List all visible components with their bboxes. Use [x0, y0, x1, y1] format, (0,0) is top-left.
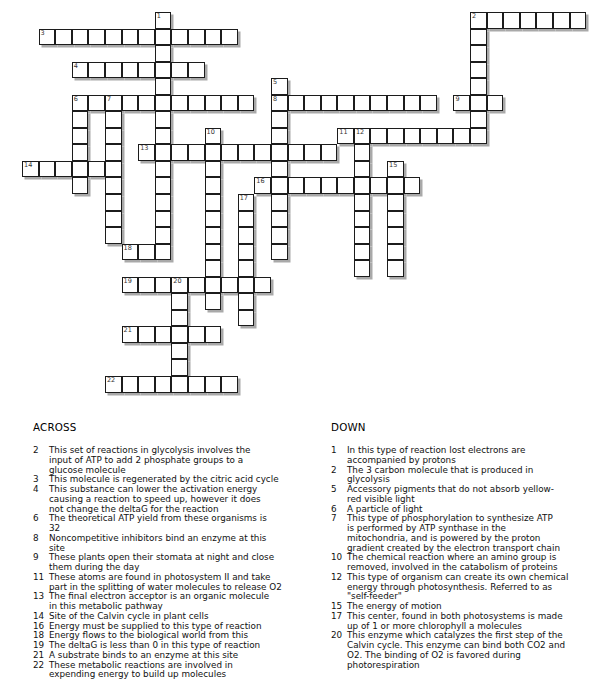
grid-cell[interactable]	[387, 177, 404, 194]
grid-cell[interactable]	[370, 128, 387, 145]
grid-cell[interactable]	[304, 95, 321, 112]
grid-cell[interactable]	[536, 12, 553, 29]
grid-cell[interactable]	[205, 244, 222, 261]
grid-cell[interactable]	[271, 128, 288, 145]
grid-cell[interactable]	[105, 177, 122, 194]
grid-cell[interactable]	[321, 177, 338, 194]
grid-cell[interactable]: 2	[470, 12, 487, 29]
grid-cell[interactable]	[420, 95, 437, 112]
grid-cell[interactable]: 13	[138, 144, 155, 161]
clue-text: This enzyme which catalyzes the first st…	[347, 631, 565, 670]
grid-cell[interactable]	[470, 29, 487, 46]
clue-number: 2	[33, 446, 49, 475]
across-clue-list: 2This set of reactions in glycolysis inv…	[33, 446, 311, 680]
grid-cell[interactable]	[155, 326, 172, 343]
grid-cell[interactable]	[205, 277, 222, 294]
grid-cell[interactable]: 6	[72, 95, 89, 112]
cell-number: 9	[455, 96, 459, 103]
grid-cell[interactable]	[171, 29, 188, 46]
grid-cell[interactable]	[271, 211, 288, 228]
clue-number: 17	[331, 612, 347, 632]
grid-cell[interactable]	[155, 244, 172, 261]
grid-cell[interactable]	[138, 62, 155, 79]
cell-number: 17	[240, 195, 248, 202]
clue-number: 1	[331, 446, 347, 466]
grid-cell[interactable]	[337, 95, 354, 112]
across-clues-section: ACROSS 2This set of reactions in glycoly…	[33, 421, 311, 680]
clue-text: This set of reactions in glycolysis invo…	[49, 446, 250, 475]
grid-cell[interactable]: 18	[122, 244, 139, 261]
grid-cell[interactable]	[354, 194, 371, 211]
clue-text: These metabolic reactions are involved i…	[49, 661, 233, 681]
grid-cell[interactable]	[205, 326, 222, 343]
grid-cell[interactable]	[55, 161, 72, 178]
grid-cell[interactable]: 17	[238, 194, 255, 211]
grid-cell[interactable]: 14	[22, 161, 39, 178]
grid-cell[interactable]	[105, 62, 122, 79]
clue-text: This type of organism can create its own…	[347, 573, 568, 602]
grid-cell[interactable]	[205, 161, 222, 178]
grid-cell[interactable]	[205, 95, 222, 112]
clue-text: This center, found in both photosystems …	[347, 612, 563, 632]
clue-text: Accessory pigments that do not absorb ye…	[347, 485, 554, 505]
grid-cell[interactable]	[387, 194, 404, 211]
grid-cell[interactable]	[72, 111, 89, 128]
clue-number: 9	[33, 553, 49, 573]
grid-cell[interactable]	[105, 211, 122, 228]
grid-cell[interactable]	[72, 128, 89, 145]
grid-cell[interactable]	[520, 12, 537, 29]
clue-number: 22	[33, 661, 49, 681]
grid-cell[interactable]	[238, 211, 255, 228]
grid-cell[interactable]	[171, 62, 188, 79]
cell-number: 14	[24, 162, 32, 169]
grid-cell[interactable]	[370, 177, 387, 194]
clue-text: The 3 carbon molecule that is produced i…	[347, 466, 533, 486]
grid-cell[interactable]	[171, 95, 188, 112]
grid-cell[interactable]: 12	[354, 128, 371, 145]
grid-cell[interactable]	[205, 211, 222, 228]
crossword-grid: 12345678910111213141516171819202122	[22, 12, 586, 393]
grid-cell[interactable]	[238, 293, 255, 310]
clue-number: 11	[33, 573, 49, 593]
grid-cell[interactable]	[354, 161, 371, 178]
cell-number: 18	[124, 245, 132, 252]
grid-cell[interactable]	[205, 260, 222, 277]
clue-number: 20	[331, 631, 347, 670]
grid-cell[interactable]	[271, 161, 288, 178]
clue-item: 1In this type of reaction lost electrons…	[331, 446, 603, 466]
grid-cell[interactable]	[171, 144, 188, 161]
grid-cell[interactable]	[238, 144, 255, 161]
clue-item: 13The final electron acceptor is an orga…	[33, 592, 311, 612]
grid-cell[interactable]	[188, 376, 205, 393]
grid-cell[interactable]: 22	[105, 376, 122, 393]
grid-cell[interactable]	[470, 128, 487, 145]
clue-item: 9These plants open their stomata at nigh…	[33, 553, 311, 573]
grid-cell[interactable]	[171, 326, 188, 343]
cell-number: 8	[273, 96, 277, 103]
grid-cell[interactable]	[88, 62, 105, 79]
cell-number: 11	[339, 129, 347, 136]
clue-number: 6	[33, 514, 49, 534]
clue-item: 22These metabolic reactions are involved…	[33, 661, 311, 681]
cell-number: 3	[41, 30, 45, 37]
clue-text: This type of phosphorylation to synthesi…	[347, 514, 560, 553]
grid-cell[interactable]	[138, 29, 155, 46]
grid-cell[interactable]	[337, 177, 354, 194]
grid-cell[interactable]	[155, 29, 172, 46]
cell-number: 22	[107, 377, 115, 384]
cell-number: 21	[124, 327, 132, 334]
grid-cell[interactable]	[238, 244, 255, 261]
grid-cell[interactable]	[72, 177, 89, 194]
grid-cell[interactable]	[88, 161, 105, 178]
grid-cell[interactable]	[354, 95, 371, 112]
clue-number: 4	[33, 485, 49, 514]
cell-number: 20	[173, 278, 181, 285]
grid-cell[interactable]	[221, 277, 238, 294]
clue-item: 17This center, found in both photosystem…	[331, 612, 603, 632]
grid-cell[interactable]: 15	[387, 161, 404, 178]
grid-cell[interactable]	[88, 95, 105, 112]
grid-cell[interactable]	[271, 244, 288, 261]
grid-cell[interactable]	[437, 128, 454, 145]
grid-cell[interactable]	[171, 359, 188, 376]
clue-number: 5	[331, 485, 347, 505]
grid-cell[interactable]	[271, 227, 288, 244]
grid-cell[interactable]	[138, 376, 155, 393]
clue-item: 11These atoms are found in photosystem I…	[33, 573, 311, 593]
grid-cell[interactable]: 5	[271, 78, 288, 95]
cell-number: 5	[273, 79, 277, 86]
grid-cell[interactable]	[155, 227, 172, 244]
grid-cell[interactable]	[321, 144, 338, 161]
clue-number: 2	[331, 466, 347, 486]
grid-cell[interactable]	[404, 128, 421, 145]
grid-cell[interactable]	[370, 95, 387, 112]
grid-cell[interactable]	[387, 211, 404, 228]
grid-cell[interactable]	[354, 260, 371, 277]
grid-cell[interactable]	[321, 95, 338, 112]
grid-cell[interactable]	[288, 177, 305, 194]
grid-cell[interactable]: 7	[105, 95, 122, 112]
clue-item: 12This type of organism can create its o…	[331, 573, 603, 602]
grid-cell[interactable]	[122, 62, 139, 79]
clue-item: 2This set of reactions in glycolysis inv…	[33, 446, 311, 475]
grid-cell[interactable]	[138, 277, 155, 294]
grid-cell[interactable]	[354, 211, 371, 228]
grid-cell[interactable]	[387, 244, 404, 261]
grid-cell[interactable]	[470, 78, 487, 95]
cell-number: 4	[74, 63, 78, 70]
grid-cell[interactable]	[205, 227, 222, 244]
cell-number: 15	[389, 162, 397, 169]
grid-cell[interactable]	[254, 144, 271, 161]
grid-cell[interactable]: 21	[122, 326, 139, 343]
grid-cell[interactable]	[420, 128, 437, 145]
clue-item: 7This type of phosphorylation to synthes…	[331, 514, 603, 553]
grid-cell[interactable]	[487, 12, 504, 29]
grid-cell[interactable]	[205, 177, 222, 194]
grid-cell[interactable]	[570, 12, 587, 29]
grid-cell[interactable]	[188, 62, 205, 79]
grid-cell[interactable]: 20	[171, 277, 188, 294]
grid-cell[interactable]	[271, 111, 288, 128]
grid-cell[interactable]	[221, 144, 238, 161]
clue-text: In this type of reaction lost electrons …	[347, 446, 525, 466]
clue-number: 10	[331, 553, 347, 573]
grid-cell[interactable]	[171, 310, 188, 327]
grid-cell[interactable]	[238, 310, 255, 327]
grid-cell[interactable]	[105, 227, 122, 244]
clue-item: 8Noncompetitive inhibitors bind an enzym…	[33, 534, 311, 554]
grid-cell[interactable]	[105, 29, 122, 46]
clue-number: 13	[33, 592, 49, 612]
grid-cell[interactable]	[155, 111, 172, 128]
grid-cell[interactable]	[188, 277, 205, 294]
grid-cell[interactable]	[238, 227, 255, 244]
grid-cell[interactable]	[105, 128, 122, 145]
grid-cell[interactable]	[470, 62, 487, 79]
grid-cell[interactable]	[470, 111, 487, 128]
grid-cell[interactable]	[205, 144, 222, 161]
grid-cell[interactable]	[155, 211, 172, 228]
grid-cell[interactable]	[171, 293, 188, 310]
grid-cell[interactable]	[238, 277, 255, 294]
grid-cell[interactable]	[387, 95, 404, 112]
grid-cell[interactable]	[553, 12, 570, 29]
grid-cell[interactable]	[221, 29, 238, 46]
grid-cell[interactable]	[138, 326, 155, 343]
clue-number: 7	[331, 514, 347, 553]
clue-text: The final electron acceptor is an organi…	[49, 592, 269, 612]
grid-cell[interactable]	[387, 260, 404, 277]
cell-number: 16	[256, 178, 264, 185]
cell-number: 2	[472, 13, 476, 20]
grid-cell[interactable]	[205, 194, 222, 211]
cell-number: 7	[107, 96, 111, 103]
grid-cell[interactable]	[304, 144, 321, 161]
grid-cell[interactable]	[221, 95, 238, 112]
grid-cell[interactable]	[354, 227, 371, 244]
grid-cell[interactable]	[155, 128, 172, 145]
grid-cell[interactable]	[453, 128, 470, 145]
grid-cell[interactable]	[138, 95, 155, 112]
grid-cell[interactable]	[221, 376, 238, 393]
grid-cell[interactable]: 19	[122, 277, 139, 294]
clue-text: The chemical reaction where an amino gro…	[347, 553, 558, 573]
grid-cell[interactable]	[271, 194, 288, 211]
grid-cell[interactable]	[155, 277, 172, 294]
grid-cell[interactable]	[404, 95, 421, 112]
cell-number: 1	[157, 13, 161, 20]
grid-cell[interactable]	[470, 95, 487, 112]
grid-cell[interactable]	[105, 111, 122, 128]
grid-cell[interactable]	[122, 29, 139, 46]
clue-item: 20This enzyme which catalyzes the first …	[331, 631, 603, 670]
clue-item: 5Accessory pigments that do not absorb y…	[331, 485, 603, 505]
grid-cell[interactable]	[205, 29, 222, 46]
grid-cell[interactable]	[288, 144, 305, 161]
clue-item: 10The chemical reaction where an amino g…	[331, 553, 603, 573]
grid-cell[interactable]	[304, 177, 321, 194]
clue-number: 8	[33, 534, 49, 554]
grid-cell[interactable]	[155, 95, 172, 112]
grid-cell[interactable]	[105, 161, 122, 178]
grid-cell[interactable]: 4	[72, 62, 89, 79]
grid-cell[interactable]	[105, 144, 122, 161]
grid-cell[interactable]	[72, 144, 89, 161]
grid-cell[interactable]: 11	[337, 128, 354, 145]
down-clues-section: DOWN 1In this type of reaction lost elec…	[331, 421, 603, 670]
grid-cell[interactable]	[487, 95, 504, 112]
grid-cell[interactable]	[171, 343, 188, 360]
clue-number: 12	[331, 573, 347, 602]
clue-text: This substance can lower the activation …	[49, 485, 261, 514]
grid-cell[interactable]	[155, 376, 172, 393]
grid-cell[interactable]	[271, 144, 288, 161]
grid-cell[interactable]	[271, 177, 288, 194]
grid-cell[interactable]	[55, 29, 72, 46]
clue-text: These plants open their stomata at night…	[49, 553, 274, 573]
grid-cell[interactable]	[387, 128, 404, 145]
grid-cell[interactable]	[188, 95, 205, 112]
grid-cell[interactable]	[205, 376, 222, 393]
clue-text: Noncompetitive inhibitors bind an enzyme…	[49, 534, 266, 554]
grid-cell[interactable]	[503, 12, 520, 29]
down-clue-list: 1In this type of reaction lost electrons…	[331, 446, 603, 670]
cell-number: 19	[124, 278, 132, 285]
grid-cell[interactable]: 16	[254, 177, 271, 194]
grid-cell[interactable]	[105, 194, 122, 211]
grid-cell[interactable]	[171, 376, 188, 393]
clue-text: These atoms are found in photosystem II …	[49, 573, 282, 593]
grid-cell[interactable]	[155, 45, 172, 62]
grid-cell[interactable]	[254, 277, 271, 294]
grid-cell[interactable]	[155, 161, 172, 178]
clue-item: 6The theoretical ATP yield from these or…	[33, 514, 311, 534]
grid-cell[interactable]: 8	[271, 95, 288, 112]
grid-cell[interactable]	[288, 95, 305, 112]
grid-cell[interactable]	[470, 45, 487, 62]
grid-cell[interactable]	[122, 376, 139, 393]
cell-number: 6	[74, 96, 78, 103]
grid-cell[interactable]	[155, 177, 172, 194]
cell-number: 10	[207, 129, 215, 136]
grid-cell[interactable]: 3	[39, 29, 56, 46]
grid-cell[interactable]	[205, 293, 222, 310]
grid-cell[interactable]	[387, 227, 404, 244]
grid-cell[interactable]	[188, 144, 205, 161]
grid-cell[interactable]	[155, 62, 172, 79]
grid-cell[interactable]	[238, 260, 255, 277]
grid-cell[interactable]: 1	[155, 12, 172, 29]
clue-item: 2The 3 carbon molecule that is produced …	[331, 466, 603, 486]
grid-cell[interactable]	[188, 29, 205, 46]
grid-cell[interactable]	[238, 95, 255, 112]
grid-cell[interactable]	[404, 177, 421, 194]
grid-cell[interactable]	[155, 78, 172, 95]
across-header: ACROSS	[33, 421, 311, 433]
grid-cell[interactable]	[354, 144, 371, 161]
cell-number: 13	[140, 145, 148, 152]
clue-text: The theoretical ATP yield from these org…	[49, 514, 267, 534]
grid-cell[interactable]	[155, 144, 172, 161]
grid-cell[interactable]: 9	[453, 95, 470, 112]
grid-cell[interactable]	[188, 326, 205, 343]
grid-cell[interactable]	[39, 161, 56, 178]
grid-cell[interactable]	[354, 244, 371, 261]
grid-cell[interactable]	[72, 161, 89, 178]
grid-cell[interactable]	[72, 29, 89, 46]
grid-cell[interactable]: 10	[205, 128, 222, 145]
grid-cell[interactable]	[88, 29, 105, 46]
grid-cell[interactable]	[122, 95, 139, 112]
grid-cell[interactable]	[354, 177, 371, 194]
cell-number: 12	[356, 129, 364, 136]
grid-cell[interactable]	[155, 194, 172, 211]
down-header: DOWN	[331, 421, 603, 433]
clue-item: 4This substance can lower the activation…	[33, 485, 311, 514]
grid-cell[interactable]	[138, 244, 155, 261]
